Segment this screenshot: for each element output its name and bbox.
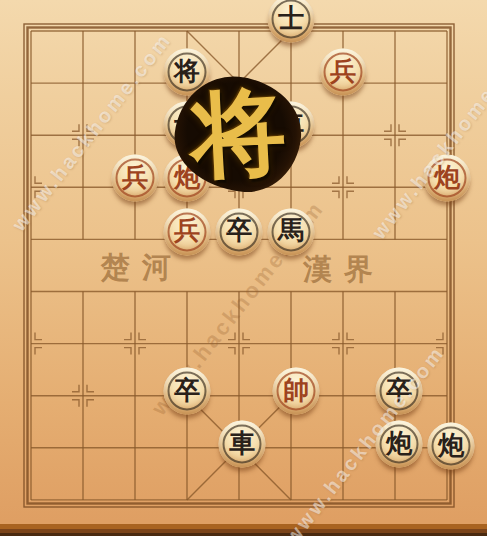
piece-glyph: 将 bbox=[174, 58, 200, 84]
piece-glyph: 士 bbox=[278, 5, 304, 31]
piece-black-卒-12[interactable]: 卒 bbox=[164, 368, 211, 415]
river-label-chu-he: 楚河 bbox=[101, 248, 183, 288]
piece-black-馬-11[interactable]: 馬 bbox=[268, 208, 315, 255]
piece-red-兵-6[interactable]: 兵 bbox=[112, 155, 159, 202]
piece-red-帥-13[interactable]: 帥 bbox=[273, 368, 320, 415]
piece-glyph: 兵 bbox=[330, 58, 356, 84]
piece-glyph: 兵 bbox=[174, 218, 200, 244]
piece-glyph: 車 bbox=[229, 430, 255, 456]
piece-red-兵-9[interactable]: 兵 bbox=[164, 208, 211, 255]
piece-red-兵-2[interactable]: 兵 bbox=[320, 49, 367, 96]
piece-black-車-15[interactable]: 車 bbox=[219, 421, 266, 468]
piece-glyph: 卒 bbox=[174, 377, 200, 403]
piece-glyph: 帥 bbox=[283, 377, 309, 403]
piece-glyph: 馬 bbox=[278, 218, 304, 244]
piece-glyph: 炮 bbox=[438, 432, 464, 458]
piece-glyph: 兵 bbox=[122, 164, 148, 190]
piece-glyph: 卒 bbox=[226, 218, 252, 244]
check-banner-glyph: 将 bbox=[188, 84, 288, 184]
piece-black-卒-10[interactable]: 卒 bbox=[216, 208, 263, 255]
piece-glyph: 炮 bbox=[386, 430, 412, 456]
river-label-han-jie: 漢界 bbox=[303, 250, 385, 290]
xiangqi-screenshot: 楚河 漢界 士将兵士馬車兵炮炮兵卒馬卒帥卒車炮炮 将 www.hackhome.… bbox=[0, 0, 487, 536]
piece-black-炮-17[interactable]: 炮 bbox=[428, 423, 475, 470]
